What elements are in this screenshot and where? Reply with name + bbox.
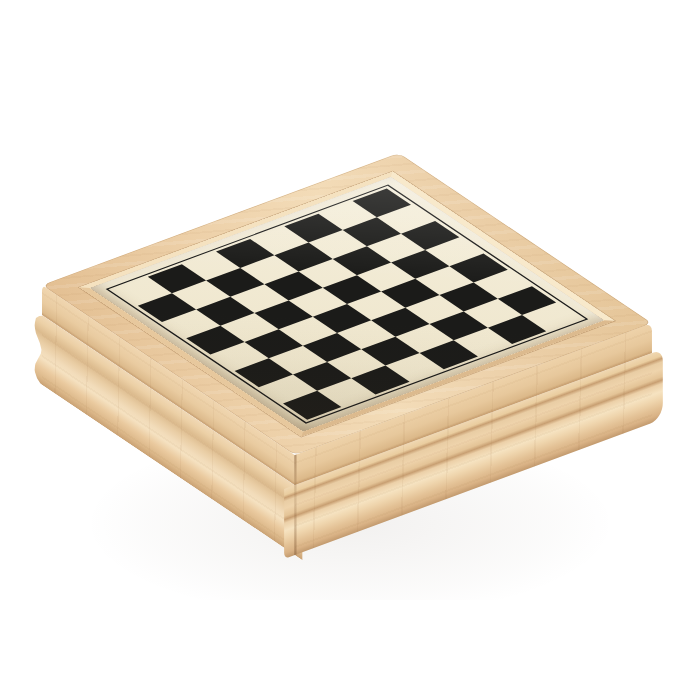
box-corner-seam [294, 454, 296, 555]
product-photo-scene [0, 0, 700, 700]
